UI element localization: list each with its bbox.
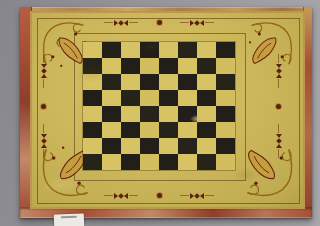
dot-motif-icon xyxy=(157,193,162,198)
square xyxy=(216,106,235,122)
square xyxy=(216,122,235,138)
square xyxy=(83,122,102,138)
arrow-motif-icon xyxy=(276,54,282,88)
square xyxy=(197,58,216,74)
square xyxy=(140,58,159,74)
dot-motif-icon xyxy=(41,104,46,109)
square xyxy=(178,106,197,122)
edge-motif-right xyxy=(274,54,283,158)
square xyxy=(83,106,102,122)
square xyxy=(197,74,216,90)
square xyxy=(121,106,140,122)
square xyxy=(121,74,140,90)
edge-motif-top xyxy=(104,18,214,27)
square xyxy=(216,90,235,106)
square xyxy=(140,122,159,138)
square xyxy=(102,138,121,154)
square xyxy=(197,138,216,154)
square xyxy=(140,42,159,58)
square xyxy=(178,122,197,138)
square xyxy=(102,42,121,58)
square xyxy=(121,154,140,170)
square xyxy=(178,58,197,74)
square xyxy=(178,138,197,154)
square xyxy=(102,122,121,138)
square xyxy=(159,106,178,122)
square xyxy=(83,42,102,58)
square xyxy=(140,74,159,90)
arrow-motif-icon xyxy=(41,54,47,88)
dot-motif-icon xyxy=(276,104,281,109)
square xyxy=(102,74,121,90)
square xyxy=(102,106,121,122)
square xyxy=(197,42,216,58)
square xyxy=(102,154,121,170)
square xyxy=(121,42,140,58)
arrow-motif-icon xyxy=(180,20,214,26)
square xyxy=(159,90,178,106)
square xyxy=(121,138,140,154)
edge-motif-left xyxy=(39,54,48,158)
square xyxy=(216,74,235,90)
square xyxy=(83,138,102,154)
arrow-motif-icon xyxy=(41,124,47,158)
square xyxy=(178,90,197,106)
square xyxy=(216,42,235,58)
arrow-motif-icon xyxy=(104,20,138,26)
square xyxy=(140,138,159,154)
arrow-motif-icon xyxy=(104,193,138,199)
photo-background xyxy=(0,0,320,226)
square xyxy=(159,138,178,154)
square xyxy=(197,106,216,122)
square xyxy=(159,74,178,90)
square xyxy=(102,90,121,106)
square xyxy=(216,58,235,74)
square xyxy=(159,154,178,170)
corner-scroll-bottom-right-icon xyxy=(240,142,300,202)
square xyxy=(197,122,216,138)
square xyxy=(197,154,216,170)
square xyxy=(197,90,216,106)
game-board xyxy=(20,7,312,218)
corner-scroll-top-right-icon xyxy=(245,17,299,71)
lot-sticker xyxy=(54,213,84,226)
square xyxy=(216,138,235,154)
square xyxy=(83,58,102,74)
dot-motif-icon xyxy=(157,20,162,25)
square xyxy=(83,90,102,106)
checkerboard xyxy=(83,42,235,170)
square xyxy=(216,154,235,170)
square xyxy=(159,58,178,74)
square xyxy=(83,74,102,90)
square xyxy=(159,42,178,58)
square xyxy=(83,154,102,170)
square xyxy=(140,154,159,170)
board-frame-left xyxy=(20,7,32,218)
square xyxy=(178,154,197,170)
square xyxy=(178,42,197,58)
painted-field xyxy=(32,13,303,207)
edge-motif-bottom xyxy=(104,191,214,200)
arrow-motif-icon xyxy=(276,124,282,158)
square xyxy=(102,58,121,74)
square xyxy=(159,122,178,138)
board-frame-right xyxy=(303,7,312,218)
square xyxy=(121,90,140,106)
arrow-motif-icon xyxy=(180,193,214,199)
square xyxy=(121,122,140,138)
square xyxy=(140,90,159,106)
square xyxy=(121,58,140,74)
square xyxy=(178,74,197,90)
square xyxy=(140,106,159,122)
